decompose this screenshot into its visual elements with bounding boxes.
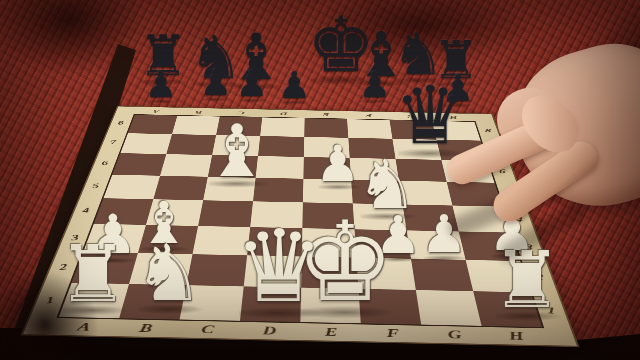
- coordinate-label-G: G: [422, 326, 487, 344]
- coordinate-label-F: F: [361, 324, 425, 342]
- piece-white-rook-h1[interactable]: ♜: [492, 241, 562, 319]
- square-a6[interactable]: [112, 153, 166, 176]
- chess-photo-scene: ABCDEFGH ABCDEFGH 87654321 87654321 ♜♞♝♚…: [0, 0, 640, 360]
- piece-black-queen-g5[interactable]: ♛: [394, 76, 466, 156]
- piece-white-rook-a1[interactable]: ♜: [58, 235, 128, 313]
- piece-white-queen-d1[interactable]: ♛: [234, 217, 324, 317]
- square-h6[interactable]: [441, 160, 494, 183]
- square-a8[interactable]: [128, 115, 177, 134]
- piece-white-bishop-c4[interactable]: ♝: [205, 115, 270, 187]
- piece-white-knight-b1[interactable]: ♞: [134, 234, 204, 312]
- coordinate-label-H: H: [483, 327, 549, 345]
- piece-black-pawn-b7[interactable]: ♟: [200, 65, 232, 101]
- coordinate-label-C: C: [175, 321, 239, 338]
- piece-black-pawn-d7[interactable]: ♟: [277, 67, 310, 104]
- piece-white-pawn-g2[interactable]: ♟: [421, 208, 468, 260]
- held-white-pawn[interactable]: ♟: [534, 97, 564, 131]
- square-g1[interactable]: [416, 290, 482, 326]
- piece-black-pawn-a7[interactable]: ♟: [145, 67, 177, 103]
- piece-white-pawn-e4[interactable]: ♟: [316, 139, 361, 189]
- coordinate-label-B: B: [113, 319, 179, 336]
- shadow-top-right: [560, 0, 640, 220]
- piece-black-pawn-f7[interactable]: ♟: [359, 67, 391, 103]
- square-a7[interactable]: [120, 133, 172, 154]
- piece-black-pawn-c7[interactable]: ♟: [236, 66, 268, 102]
